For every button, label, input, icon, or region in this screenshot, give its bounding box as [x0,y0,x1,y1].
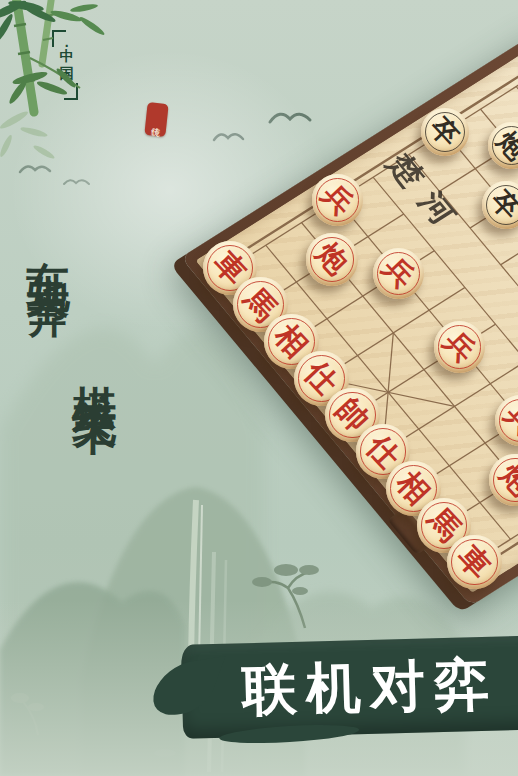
play-online-banner[interactable]: 联机对弈 [181,635,518,739]
bamboo-icon [0,0,140,175]
splash-screen: 楚河 汉界 車馬象士將士象馬車炮炮卒卒卒卒卒兵兵兵兵兵炮炮車馬相仕帥仕相馬車 [0,0,518,776]
banner-label: 联机对弈 [241,637,499,738]
slogan-column-2: 棋术绝天下 [66,350,125,390]
seal-text: 传统 [152,119,161,120]
slogan-column-1: 车驰马奔 [20,226,78,274]
logo-title: 象棋 [112,16,350,20]
seal-stamp: 传统 [144,102,168,137]
